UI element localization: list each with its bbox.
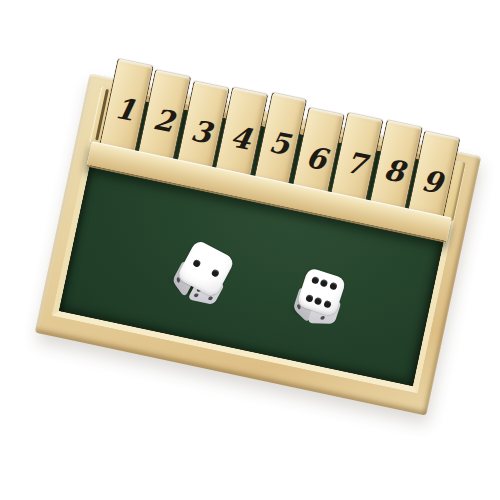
pip	[207, 296, 213, 300]
tile-number-label: 7	[343, 143, 369, 179]
pip	[305, 294, 314, 303]
tile-number-label: 3	[189, 112, 215, 148]
shut-the-box-board: 1 2 3 4 5 6 7 8 9	[35, 73, 481, 415]
tile-number-label: 5	[267, 123, 293, 159]
tile-number-label: 4	[228, 118, 254, 154]
tile-number-label: 2	[151, 101, 177, 137]
tile-number-label: 8	[382, 151, 408, 187]
product-photo-canvas: 1 2 3 4 5 6 7 8 9	[0, 0, 500, 500]
tile-number-label: 6	[304, 138, 330, 174]
pip	[323, 300, 332, 309]
pip	[314, 297, 323, 306]
tile-number-label: 9	[420, 162, 446, 198]
tile-number-label: 1	[113, 89, 139, 125]
